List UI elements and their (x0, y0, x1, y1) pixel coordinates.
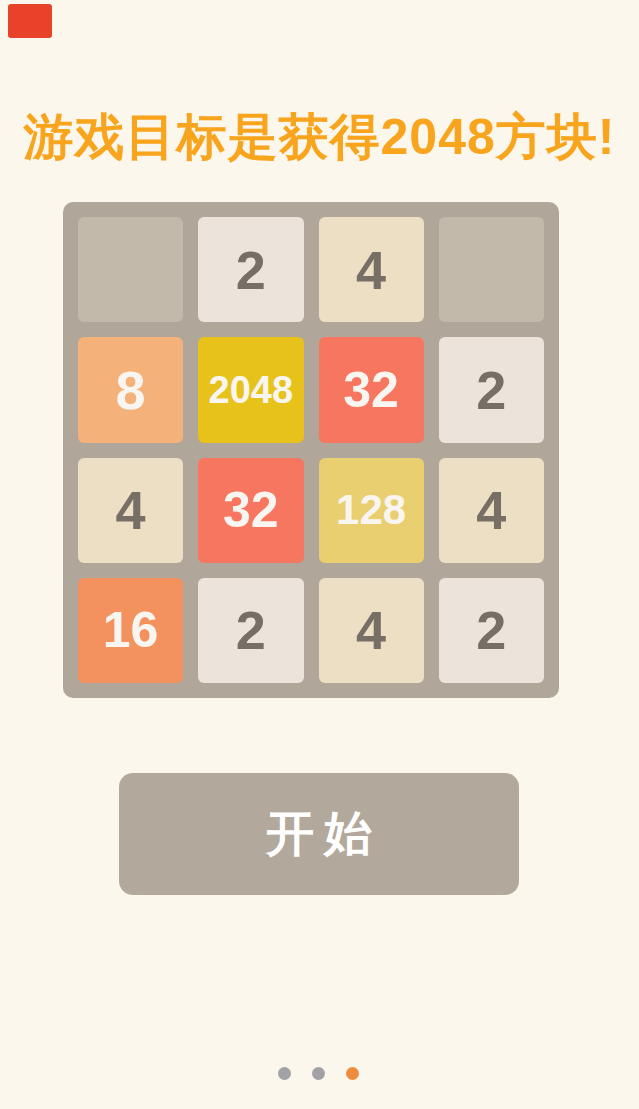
top-left-red-badge (8, 4, 52, 38)
tile-16-r4c1: 16 (78, 578, 183, 683)
tile-32-r3c2: 32 (198, 458, 303, 563)
tile-8-r2c1: 8 (78, 337, 183, 442)
tile-32-r2c3: 32 (319, 337, 424, 442)
tile-4-r3c1: 4 (78, 458, 183, 563)
tile-2-r4c4: 2 (439, 578, 544, 683)
page-dot-2[interactable] (312, 1067, 325, 1080)
tutorial-goal-title: 游戏目标是获得2048方块! (0, 104, 639, 171)
start-button[interactable]: 开始 (119, 773, 519, 895)
board-2048: 2482048322432128416242 (63, 202, 559, 698)
tile-2-r2c4: 2 (439, 337, 544, 442)
tile-2-r4c2: 2 (198, 578, 303, 683)
empty-cell-r1c4 (439, 217, 544, 322)
tile-128-r3c3: 128 (319, 458, 424, 563)
start-button-label: 开始 (256, 802, 382, 866)
page-dot-1[interactable] (278, 1067, 291, 1080)
tutorial-screen: 游戏目标是获得2048方块! 2482048322432128416242 开始 (0, 0, 639, 1109)
tile-4-r4c3: 4 (319, 578, 424, 683)
page-dot-3[interactable] (346, 1067, 359, 1080)
tile-2048-r2c2: 2048 (198, 337, 303, 442)
tile-2-r1c2: 2 (198, 217, 303, 322)
tile-4-r3c4: 4 (439, 458, 544, 563)
tile-4-r1c3: 4 (319, 217, 424, 322)
page-indicator (278, 1067, 359, 1080)
empty-cell-r1c1 (78, 217, 183, 322)
